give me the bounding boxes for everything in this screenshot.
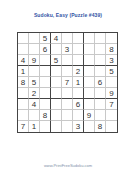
cell-r9c2: 1 (29, 121, 40, 132)
cell-r4c2 (29, 66, 40, 77)
sudoku-page: Sudoku, Easy (Puzzle #439) 5463849531258… (0, 0, 136, 176)
cell-r4c1: 1 (18, 66, 29, 77)
cell-r2c3: 6 (40, 44, 51, 55)
cell-r1c1 (18, 33, 29, 44)
cell-r5c3 (40, 77, 51, 88)
cell-r7c5 (62, 99, 73, 110)
cell-r1c4: 4 (51, 33, 62, 44)
cell-r4c7 (84, 66, 95, 77)
cell-r8c3: 8 (40, 110, 51, 121)
cell-r4c6: 2 (73, 66, 84, 77)
cell-r3c2: 9 (29, 55, 40, 66)
cell-r1c2 (29, 33, 40, 44)
cell-r8c9 (106, 110, 117, 121)
cell-r4c4 (51, 66, 62, 77)
cell-r2c8 (95, 44, 106, 55)
cell-r3c8 (95, 55, 106, 66)
cell-r7c7 (84, 99, 95, 110)
cell-r3c9: 3 (106, 55, 117, 66)
cell-r5c8: 6 (95, 77, 106, 88)
cell-r6c9: 9 (106, 88, 117, 99)
cell-r9c4 (51, 121, 62, 132)
cell-r8c2 (29, 110, 40, 121)
cell-r4c9: 5 (106, 66, 117, 77)
cell-r5c6: 1 (73, 77, 84, 88)
cell-r8c4 (51, 110, 62, 121)
cell-r5c1: 8 (18, 77, 29, 88)
cell-r6c4 (51, 88, 62, 99)
cell-r1c6 (73, 33, 84, 44)
cell-r8c6 (73, 110, 84, 121)
cell-r3c3 (40, 55, 51, 66)
cell-r9c8: 8 (95, 121, 106, 132)
footer-url: www.PrintFreeSudoku.com (0, 163, 136, 168)
page-title: Sudoku, Easy (Puzzle #439) (0, 12, 136, 18)
cell-r1c3: 5 (40, 33, 51, 44)
cell-r7c8 (95, 99, 106, 110)
cell-r2c6 (73, 44, 84, 55)
cell-r2c7 (84, 44, 95, 55)
cell-r9c7 (84, 121, 95, 132)
cell-r6c6 (73, 88, 84, 99)
cell-r1c5 (62, 33, 73, 44)
cell-r4c8 (95, 66, 106, 77)
cell-r7c4 (51, 99, 62, 110)
cell-r6c5 (62, 88, 73, 99)
cell-r3c5 (62, 55, 73, 66)
cell-r3c7 (84, 55, 95, 66)
cell-r3c4: 5 (51, 55, 62, 66)
cell-r5c9 (106, 77, 117, 88)
cell-r5c5: 7 (62, 77, 73, 88)
cell-r6c2: 2 (29, 88, 40, 99)
cell-r9c3 (40, 121, 51, 132)
cell-r7c3 (40, 99, 51, 110)
cell-r8c8 (95, 110, 106, 121)
cell-r8c1 (18, 110, 29, 121)
cell-r9c6: 3 (73, 121, 84, 132)
cell-r1c8 (95, 33, 106, 44)
cell-r6c1 (18, 88, 29, 99)
cell-r3c1: 4 (18, 55, 29, 66)
cell-r6c7 (84, 88, 95, 99)
cell-r8c5 (62, 110, 73, 121)
cell-r2c5: 3 (62, 44, 73, 55)
cell-r8c7: 9 (84, 110, 95, 121)
cell-r9c5 (62, 121, 73, 132)
cell-r6c8 (95, 88, 106, 99)
cell-r4c3 (40, 66, 51, 77)
cell-r5c7 (84, 77, 95, 88)
cell-r7c1 (18, 99, 29, 110)
cell-r6c3 (40, 88, 51, 99)
cell-r7c2: 4 (29, 99, 40, 110)
cell-r7c6: 6 (73, 99, 84, 110)
cell-r2c9: 8 (106, 44, 117, 55)
cell-r7c9: 7 (106, 99, 117, 110)
cell-r1c9 (106, 33, 117, 44)
cell-r5c2: 5 (29, 77, 40, 88)
cell-r2c1 (18, 44, 29, 55)
cell-r2c4 (51, 44, 62, 55)
cell-r4c5 (62, 66, 73, 77)
cell-r1c7 (84, 33, 95, 44)
cell-r3c6 (73, 55, 84, 66)
cell-r9c9 (106, 121, 117, 132)
cell-r9c1: 7 (18, 121, 29, 132)
sudoku-board: 5463849531258571629467897138 (17, 32, 118, 133)
cell-r5c4 (51, 77, 62, 88)
cell-r2c2 (29, 44, 40, 55)
